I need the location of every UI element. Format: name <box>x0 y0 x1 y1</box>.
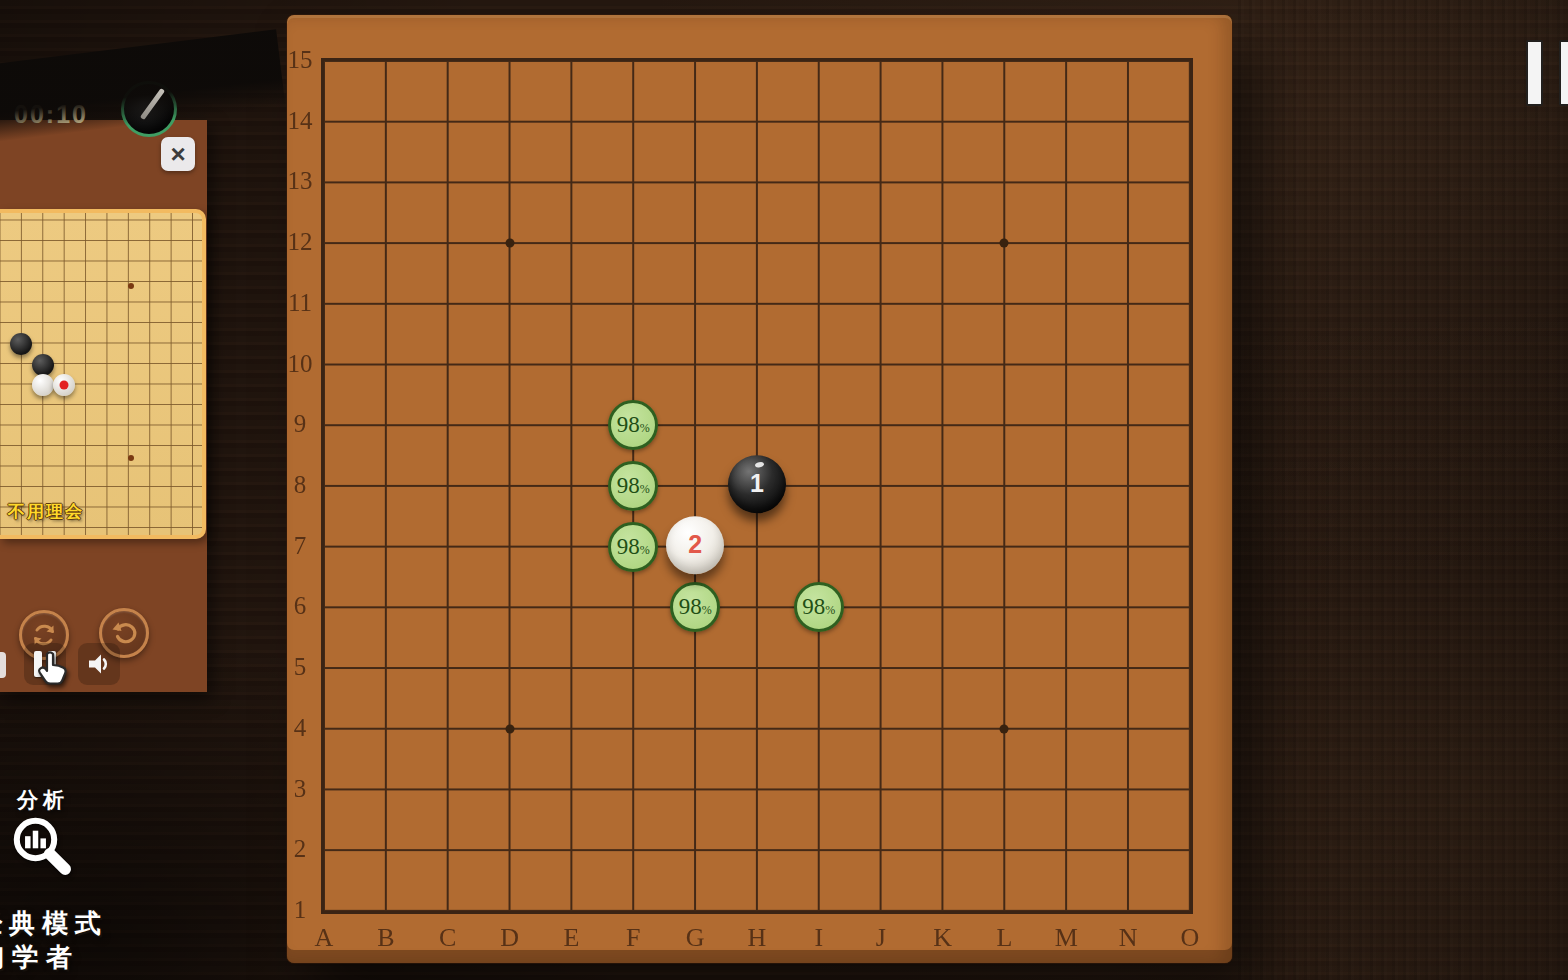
stone-move-number: 2 <box>688 530 702 559</box>
row-label-11: 11 <box>285 289 315 317</box>
col-label-B: B <box>364 923 408 953</box>
close-icon: × <box>170 139 185 170</box>
pause-icon <box>1526 40 1543 106</box>
mode-label: 经典模式 <box>0 906 108 941</box>
col-label-O: O <box>1168 923 1212 953</box>
hint-value: 98 <box>617 525 640 569</box>
row-label-4: 4 <box>285 714 315 742</box>
row-label-13: 13 <box>285 167 315 195</box>
pause-icon <box>1559 40 1568 106</box>
white-stone-G7: 2 <box>666 516 724 574</box>
magnifier-chart-icon <box>8 812 74 878</box>
analysis-label: 分析 <box>17 786 69 814</box>
hint-marker-I6[interactable]: 98% <box>794 582 844 632</box>
level-label: 初学者 <box>0 940 80 975</box>
preview-black-stone <box>32 354 54 376</box>
hint-unit: % <box>640 530 650 570</box>
hint-value: 98 <box>679 585 702 629</box>
row-label-5: 5 <box>285 653 315 681</box>
pause-game-button[interactable] <box>1526 40 1568 106</box>
sound-button[interactable] <box>78 643 120 685</box>
close-button[interactable]: × <box>161 137 195 171</box>
hint-value: 98 <box>617 403 640 447</box>
star-point-D12 <box>505 239 514 248</box>
cut-off-icon <box>0 652 6 678</box>
background-wood-grain <box>1238 0 1568 980</box>
analysis-button[interactable] <box>8 812 74 882</box>
col-label-G: G <box>673 923 717 953</box>
row-label-9: 9 <box>285 410 315 438</box>
col-label-N: N <box>1106 923 1150 953</box>
col-label-J: J <box>859 923 903 953</box>
col-label-F: F <box>611 923 655 953</box>
row-label-3: 3 <box>285 775 315 803</box>
col-label-I: I <box>797 923 841 953</box>
preview-star-point <box>128 283 134 289</box>
pause-icon <box>34 651 42 677</box>
row-label-10: 10 <box>285 350 315 378</box>
hint-unit: % <box>825 590 835 630</box>
star-point-L12 <box>1000 239 1009 248</box>
hint-unit: % <box>640 469 650 509</box>
pause-button[interactable] <box>24 643 66 685</box>
row-label-14: 14 <box>285 107 315 135</box>
col-label-D: D <box>488 923 532 953</box>
row-label-8: 8 <box>285 471 315 499</box>
hint-marker-F7[interactable]: 98% <box>608 522 658 572</box>
tip-label: 不用理会 <box>8 500 84 523</box>
col-label-L: L <box>982 923 1026 953</box>
row-label-6: 6 <box>285 592 315 620</box>
player-avatar <box>121 81 177 137</box>
preview-star-point <box>128 455 134 461</box>
col-label-E: E <box>549 923 593 953</box>
gomoku-board[interactable]: ABCDEFGHIJKLMNO151413121110987654321 98%… <box>287 15 1232 963</box>
pause-icon <box>48 651 56 677</box>
star-point-L4 <box>1000 724 1009 733</box>
preview-white-stone <box>53 374 75 396</box>
col-label-H: H <box>735 923 779 953</box>
preview-black-stone <box>10 333 32 355</box>
hint-value: 98 <box>802 585 825 629</box>
hint-value: 98 <box>617 464 640 508</box>
row-label-15: 15 <box>285 46 315 74</box>
move-timer: 00:10 <box>14 100 88 129</box>
tutorial-preview-board <box>0 209 206 539</box>
hint-unit: % <box>640 408 650 448</box>
hint-marker-F9[interactable]: 98% <box>608 400 658 450</box>
hint-marker-G6[interactable]: 98% <box>670 582 720 632</box>
col-label-K: K <box>921 923 965 953</box>
preview-grid-lines <box>0 213 202 535</box>
speaker-icon <box>85 650 113 678</box>
hint-marker-F8[interactable]: 98% <box>608 461 658 511</box>
col-label-M: M <box>1044 923 1088 953</box>
col-label-C: C <box>426 923 470 953</box>
preview-white-stone <box>32 374 54 396</box>
row-label-12: 12 <box>285 228 315 256</box>
last-move-marker <box>60 381 69 390</box>
star-point-D4 <box>505 724 514 733</box>
row-label-1: 1 <box>285 896 315 924</box>
row-label-7: 7 <box>285 532 315 560</box>
game-screen: ABCDEFGHIJKLMNO151413121110987654321 98%… <box>0 0 1568 980</box>
black-stone-H8: 1 <box>728 455 786 513</box>
col-label-A: A <box>302 923 346 953</box>
hint-unit: % <box>702 590 712 630</box>
stone-move-number: 1 <box>750 470 764 499</box>
row-label-2: 2 <box>285 835 315 863</box>
